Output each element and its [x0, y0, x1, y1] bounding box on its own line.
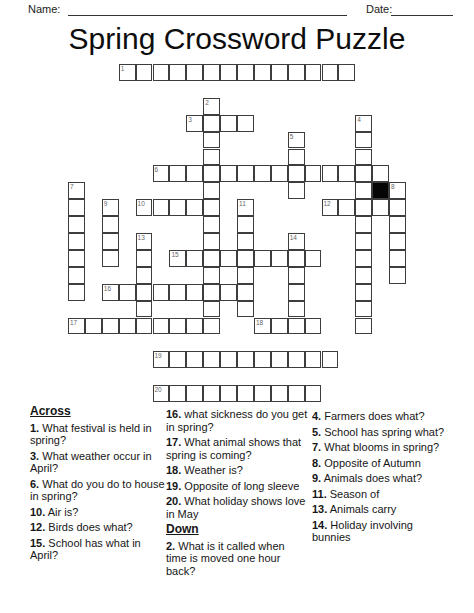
crossword-cell[interactable]: 14 — [288, 233, 305, 250]
clue-number: 2 — [205, 99, 209, 106]
crossword-cell[interactable] — [119, 318, 136, 335]
crossword-cell[interactable] — [288, 182, 305, 199]
crossword-cell[interactable] — [85, 318, 102, 335]
crossword-cell[interactable] — [136, 250, 153, 267]
crossword-cell[interactable] — [338, 199, 355, 216]
crossword-cell[interactable] — [169, 199, 186, 216]
crossword-cell[interactable] — [254, 165, 271, 182]
crossword-cell[interactable] — [355, 318, 372, 335]
crossword-cell[interactable] — [203, 250, 220, 267]
crossword-cell[interactable] — [220, 64, 237, 81]
crossword-cell[interactable] — [169, 318, 186, 335]
crossword-cell[interactable] — [338, 165, 355, 182]
crossword-cell[interactable] — [169, 284, 186, 301]
crossword-cell[interactable]: 18 — [254, 318, 271, 335]
crossword-cell[interactable] — [288, 267, 305, 284]
crossword-cell[interactable] — [305, 385, 322, 402]
crossword-cell[interactable] — [355, 149, 372, 166]
crossword-cell[interactable] — [169, 64, 186, 81]
crossword-cell[interactable]: 3 — [186, 115, 203, 132]
clue-item-across-10: 10. Air is? — [30, 506, 168, 519]
clue-number: 14 — [290, 234, 297, 241]
crossword-cell[interactable] — [254, 351, 271, 368]
clue-number: 15 — [171, 251, 178, 258]
crossword-cell[interactable] — [203, 216, 220, 233]
crossword-cell[interactable] — [203, 318, 220, 335]
crossword-cell[interactable] — [271, 351, 288, 368]
crossword-cell[interactable] — [237, 351, 254, 368]
clue-number: 1 — [121, 65, 125, 72]
crossword-cell[interactable] — [102, 216, 119, 233]
clue-number: 17 — [70, 319, 77, 326]
crossword-cell[interactable] — [169, 351, 186, 368]
clues-column-2: 16. what sickness do you get in spring?1… — [166, 408, 308, 580]
crossword-cell[interactable] — [389, 216, 406, 233]
clue-number: 13 — [138, 234, 145, 241]
crossword-cell[interactable] — [389, 267, 406, 284]
crossword-cell[interactable] — [254, 385, 271, 402]
crossword-cell[interactable] — [203, 165, 220, 182]
clue-number: 16 — [104, 285, 111, 292]
clue-item-across-6: 6. What do you do to house in spring? — [30, 478, 168, 503]
clue-item-across-18: 18. Weather is? — [166, 464, 308, 477]
clue-item-across-20: 20. What holiday shows love in May — [166, 495, 308, 520]
crossword-cell[interactable] — [153, 284, 170, 301]
crossword-cell[interactable] — [237, 284, 254, 301]
crossword-cell[interactable] — [355, 233, 372, 250]
crossword-cell[interactable]: 4 — [355, 115, 372, 132]
crossword-cell[interactable] — [102, 250, 119, 267]
crossword-cell[interactable] — [220, 250, 237, 267]
crossword-cell[interactable] — [203, 199, 220, 216]
crossword-cell[interactable]: 17 — [68, 318, 85, 335]
crossword-cell[interactable]: 2 — [203, 98, 220, 115]
crossword-cell[interactable] — [237, 301, 254, 318]
crossword-cell[interactable]: 15 — [169, 250, 186, 267]
clue-number: 5 — [290, 133, 294, 140]
crossword-cell[interactable] — [288, 301, 305, 318]
crossword-cell-black — [372, 182, 389, 199]
crossword-cell[interactable] — [186, 385, 203, 402]
crossword-cell[interactable] — [203, 115, 220, 132]
crossword-cell[interactable] — [305, 250, 322, 267]
crossword-cell[interactable]: 10 — [136, 199, 153, 216]
crossword-cell[interactable] — [169, 385, 186, 402]
crossword-cell[interactable] — [237, 385, 254, 402]
crossword-cell[interactable] — [186, 165, 203, 182]
crossword-cell[interactable] — [254, 250, 271, 267]
crossword-cell[interactable] — [220, 351, 237, 368]
crossword-cell[interactable] — [203, 385, 220, 402]
crossword-cell[interactable] — [288, 284, 305, 301]
clue-number: 19 — [155, 352, 162, 359]
clue-item-across-19: 19. Opposite of long sleeve — [166, 480, 308, 493]
crossword-cell[interactable]: 9 — [102, 199, 119, 216]
crossword-cell[interactable] — [237, 250, 254, 267]
crossword-cell[interactable] — [338, 64, 355, 81]
crossword-cell[interactable] — [102, 233, 119, 250]
crossword-cell[interactable] — [271, 64, 288, 81]
crossword-cell[interactable] — [237, 233, 254, 250]
crossword-cell[interactable]: 1 — [119, 64, 136, 81]
crossword-cell[interactable] — [355, 216, 372, 233]
crossword-cell[interactable] — [186, 351, 203, 368]
crossword-cell[interactable] — [186, 284, 203, 301]
crossword-cell[interactable] — [237, 267, 254, 284]
crossword-cell[interactable] — [68, 233, 85, 250]
clue-item-across-17: 17. What animal shows that spring is com… — [166, 436, 308, 461]
clue-item-down-9: 9. Animals does what? — [312, 472, 448, 485]
crossword-cell[interactable] — [288, 149, 305, 166]
clue-item-down-2: 2. What is it called when time is moved … — [166, 540, 308, 578]
clue-item-down-11: 11. Season of — [312, 488, 448, 501]
crossword-cell[interactable] — [288, 318, 305, 335]
crossword-cell[interactable] — [169, 165, 186, 182]
crossword-cell[interactable] — [136, 318, 153, 335]
crossword-cell[interactable] — [203, 301, 220, 318]
crossword-cell[interactable] — [186, 318, 203, 335]
crossword-cell[interactable] — [203, 351, 220, 368]
crossword-cell[interactable] — [237, 165, 254, 182]
crossword-cell[interactable] — [389, 199, 406, 216]
crossword-cell[interactable] — [203, 182, 220, 199]
crossword-cell[interactable] — [389, 233, 406, 250]
clue-number: 3 — [188, 116, 192, 123]
clue-number: 6 — [155, 166, 159, 173]
crossword-cell[interactable] — [355, 250, 372, 267]
crossword-cell[interactable] — [271, 318, 288, 335]
crossword-cell[interactable] — [355, 301, 372, 318]
clue-item-down-5: 5. School has spring what? — [312, 426, 448, 439]
crossword-cell[interactable]: 7 — [68, 182, 85, 199]
crossword-cell[interactable] — [305, 165, 322, 182]
crossword-cell[interactable] — [186, 199, 203, 216]
crossword-cell[interactable]: 19 — [153, 351, 170, 368]
clue-number: 4 — [357, 116, 361, 123]
clue-number: 20 — [155, 386, 162, 393]
crossword-cell[interactable] — [220, 165, 237, 182]
crossword-cell[interactable] — [119, 284, 136, 301]
crossword-cell[interactable] — [288, 351, 305, 368]
crossword-cell[interactable] — [355, 165, 372, 182]
clue-item-across-12: 12. Birds does what? — [30, 521, 168, 534]
crossword-cell[interactable] — [355, 284, 372, 301]
clue-item-across-15: 15. School has what in April? — [30, 537, 168, 562]
crossword-cell[interactable] — [136, 267, 153, 284]
crossword-cell[interactable] — [186, 250, 203, 267]
clue-number: 10 — [138, 200, 145, 207]
crossword-cell[interactable] — [355, 267, 372, 284]
crossword-cell[interactable] — [372, 165, 389, 182]
crossword-cell[interactable]: 20 — [153, 385, 170, 402]
crossword-cell[interactable] — [68, 267, 85, 284]
clue-item-down-8: 8. Opposite of Autumn — [312, 457, 448, 470]
crossword-cell[interactable] — [322, 165, 339, 182]
crossword-cell[interactable] — [237, 64, 254, 81]
crossword-cell[interactable] — [203, 267, 220, 284]
crossword-cell[interactable]: 16 — [102, 284, 119, 301]
crossword-cell[interactable] — [355, 199, 372, 216]
crossword-cell[interactable] — [322, 351, 339, 368]
clue-item-across-16: 16. what sickness do you get in spring? — [166, 408, 308, 433]
crossword-cell[interactable] — [153, 318, 170, 335]
crossword-cell[interactable] — [271, 250, 288, 267]
crossword-cell[interactable] — [288, 385, 305, 402]
crossword-cell[interactable] — [288, 250, 305, 267]
clue-number: 7 — [70, 183, 74, 190]
crossword-cell[interactable] — [136, 301, 153, 318]
crossword-cell[interactable]: 13 — [136, 233, 153, 250]
clue-item-down-13: 13. Animals carry — [312, 503, 448, 516]
crossword-cell[interactable]: 8 — [389, 182, 406, 199]
crossword-cell[interactable] — [271, 385, 288, 402]
clue-item-down-14: 14. Holiday involving bunnies — [312, 519, 448, 544]
clue-number: 9 — [104, 200, 108, 207]
clue-number: 8 — [391, 183, 395, 190]
crossword-cell[interactable] — [68, 250, 85, 267]
clue-item-across-3: 3. What weather occur in April? — [30, 450, 168, 475]
crossword-cell[interactable] — [355, 182, 372, 199]
clue-item-across-1: 1. What festival is held in spring? — [30, 422, 168, 447]
crossword-cell[interactable] — [355, 132, 372, 149]
crossword-cell[interactable] — [288, 64, 305, 81]
crossword-cell[interactable] — [237, 115, 254, 132]
crossword-cell[interactable] — [322, 64, 339, 81]
crossword-cell[interactable] — [220, 385, 237, 402]
crossword-cell[interactable] — [136, 64, 153, 81]
crossword-cell[interactable] — [186, 64, 203, 81]
crossword-cell[interactable] — [68, 284, 85, 301]
crossword-cell[interactable]: 12 — [322, 199, 339, 216]
crossword-cell[interactable] — [203, 64, 220, 81]
crossword-cell[interactable] — [153, 64, 170, 81]
crossword-cell[interactable] — [220, 115, 237, 132]
clues-down-header: Down — [166, 523, 308, 536]
crossword-cell[interactable] — [153, 199, 170, 216]
crossword-cell[interactable]: 11 — [237, 199, 254, 216]
crossword-cell[interactable] — [203, 149, 220, 166]
crossword-cell[interactable] — [136, 284, 153, 301]
clues-column-3: 4. Farmers does what?5. School has sprin… — [312, 410, 448, 547]
crossword-cell[interactable] — [102, 318, 119, 335]
clue-number: 11 — [239, 200, 246, 207]
clues-across-header: Across — [30, 405, 168, 418]
crossword-cell[interactable] — [288, 165, 305, 182]
crossword-cell[interactable]: 5 — [288, 132, 305, 149]
clues-column-1: Across1. What festival is held in spring… — [30, 405, 168, 565]
crossword-cell[interactable]: 6 — [153, 165, 170, 182]
crossword-cell[interactable] — [305, 318, 322, 335]
clue-item-down-7: 7. What blooms in spring? — [312, 441, 448, 454]
clue-number: 18 — [256, 319, 263, 326]
crossword-cell[interactable] — [254, 64, 271, 81]
clue-number: 12 — [324, 200, 331, 207]
crossword-cell[interactable] — [372, 199, 389, 216]
crossword-cell[interactable] — [237, 216, 254, 233]
crossword-cell[interactable] — [305, 351, 322, 368]
crossword-cell[interactable] — [271, 165, 288, 182]
crossword-cell[interactable] — [220, 284, 237, 301]
crossword-cell[interactable] — [68, 199, 85, 216]
crossword-cell[interactable] — [203, 284, 220, 301]
crossword-cell[interactable] — [203, 233, 220, 250]
crossword-cell[interactable] — [305, 64, 322, 81]
crossword-cell[interactable] — [68, 216, 85, 233]
crossword-cell[interactable] — [203, 132, 220, 149]
crossword-cell[interactable] — [389, 250, 406, 267]
clue-item-down-4: 4. Farmers does what? — [312, 410, 448, 423]
